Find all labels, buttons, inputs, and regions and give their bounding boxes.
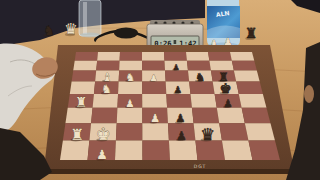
piece-b-P-g5: ♟ [176,129,187,143]
piece-w-K-g2: ♚ [96,125,111,144]
square-b3 [119,61,142,71]
piece-b-K-d7: ♚ [219,80,231,96]
board-frame-edge [44,169,294,174]
clock-lcd-divider [174,40,177,44]
square-a1 [75,52,98,61]
square-a7 [208,52,232,61]
square-b4 [142,61,165,71]
square-e5 [166,94,192,108]
square-d1 [70,82,95,94]
square-h5 [169,141,198,160]
square-b8 [232,61,257,71]
piece-w-P-h2: ♟ [96,147,107,162]
square-e8 [239,94,267,108]
square-g4 [142,123,169,140]
captured-w-Q: ♛ [64,20,77,38]
water-glass [79,0,101,38]
piece-w-R-g1: ♜ [70,126,84,144]
square-b1 [73,61,97,71]
square-f8 [242,108,271,123]
square-f1 [65,108,92,123]
square-g8 [245,123,275,140]
square-f2 [91,108,117,123]
square-a2 [97,52,120,61]
square-a6 [186,52,209,61]
square-e2 [93,94,118,108]
board-squares [60,52,280,160]
piece-w-R-e1: ♜ [75,94,87,110]
square-c5 [165,71,189,82]
square-a8 [230,52,254,61]
square-b2 [96,61,119,71]
square-g3 [116,123,143,140]
piece-w-P-e3: ♟ [125,97,134,109]
square-d4 [142,82,166,94]
square-a3 [120,52,142,61]
dgt-logo: DGT [194,164,207,169]
piece-w-N-d2: ♞ [101,82,112,96]
square-f3 [117,108,143,123]
scene-photo: 0:26 1:42 ALN ♞♛ ♟♟♜ DGT ♟♝♞♟♞♜♞♟♚♜♟♟♟♟♜… [0,0,320,180]
captured-b-N: ♞ [43,23,55,38]
piece-w-P-f4: ♟ [150,112,160,125]
broadcast-frame: 0:26 1:42 ALN ♞♛ ♟♟♜ DGT ♟♝♞♟♞♜♞♟♚♜♟♟♟♟♜… [0,0,320,180]
square-g7 [219,123,248,140]
piece-b-P-d5: ♟ [174,84,183,95]
square-c8 [234,71,260,82]
piece-b-Q-g6: ♛ [200,125,215,144]
square-h3 [115,141,142,160]
opponent-hand [304,85,314,103]
square-h7 [222,141,253,160]
piece-b-N-c6: ♞ [195,71,205,84]
captured-b-R: ♜ [245,25,258,41]
square-f6 [192,108,219,123]
piece-b-P-b5: ♟ [173,63,180,72]
piece-w-P-c4: ♟ [150,73,158,83]
square-d8 [236,82,263,94]
square-h4 [142,141,170,160]
square-e6 [190,94,216,108]
square-e4 [142,94,167,108]
square-c1 [72,71,97,82]
square-b6 [187,61,211,71]
piece-b-P-f5: ♟ [175,112,185,125]
square-a4 [142,52,164,61]
square-a5 [164,52,187,61]
square-f7 [217,108,245,123]
square-h8 [248,141,280,160]
piece-w-N-c3: ♞ [126,71,136,84]
piece-b-P-e7: ♟ [223,97,232,109]
